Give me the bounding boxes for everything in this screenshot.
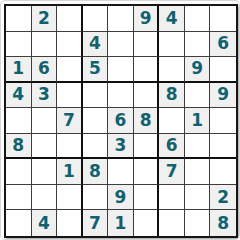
cell-r6c9[interactable] bbox=[210, 134, 236, 160]
cell-r9c6[interactable] bbox=[134, 210, 160, 236]
cell-r3c9[interactable] bbox=[210, 57, 236, 83]
cell-r8c3[interactable] bbox=[57, 185, 83, 211]
cell-r4c2[interactable]: 3 bbox=[32, 83, 58, 109]
cell-r8c1[interactable] bbox=[6, 185, 32, 211]
cell-r4c6[interactable] bbox=[134, 83, 160, 109]
cell-r1c7[interactable]: 4 bbox=[159, 6, 185, 32]
cell-r2c8[interactable] bbox=[185, 32, 211, 58]
cell-r9c5[interactable]: 1 bbox=[108, 210, 134, 236]
cell-r9c4[interactable]: 7 bbox=[83, 210, 109, 236]
cell-r4c5[interactable] bbox=[108, 83, 134, 109]
cell-r2c5[interactable] bbox=[108, 32, 134, 58]
cell-r8c6[interactable] bbox=[134, 185, 160, 211]
cell-r7c9[interactable] bbox=[210, 159, 236, 185]
cell-r9c3[interactable] bbox=[57, 210, 83, 236]
cell-r6c8[interactable] bbox=[185, 134, 211, 160]
cell-r3c6[interactable] bbox=[134, 57, 160, 83]
cell-r9c1[interactable] bbox=[6, 210, 32, 236]
cell-r3c4[interactable]: 5 bbox=[83, 57, 109, 83]
cell-r1c9[interactable] bbox=[210, 6, 236, 32]
cell-r6c4[interactable] bbox=[83, 134, 109, 160]
cell-r8c7[interactable] bbox=[159, 185, 185, 211]
cell-r7c4[interactable]: 8 bbox=[83, 159, 109, 185]
cell-r8c9[interactable]: 2 bbox=[210, 185, 236, 211]
cell-r5c8[interactable]: 1 bbox=[185, 108, 211, 134]
cell-r3c1[interactable]: 1 bbox=[6, 57, 32, 83]
cell-r1c6[interactable]: 9 bbox=[134, 6, 160, 32]
cell-r3c7[interactable] bbox=[159, 57, 185, 83]
cell-r9c7[interactable] bbox=[159, 210, 185, 236]
cell-r1c5[interactable] bbox=[108, 6, 134, 32]
cell-r5c5[interactable]: 6 bbox=[108, 108, 134, 134]
cell-r7c8[interactable] bbox=[185, 159, 211, 185]
cell-r6c2[interactable] bbox=[32, 134, 58, 160]
sudoku-board: 29446165943897681836187924718 bbox=[4, 4, 238, 238]
cell-r7c2[interactable] bbox=[32, 159, 58, 185]
cell-r8c2[interactable] bbox=[32, 185, 58, 211]
cell-r5c9[interactable] bbox=[210, 108, 236, 134]
cell-r9c8[interactable] bbox=[185, 210, 211, 236]
cell-r3c2[interactable]: 6 bbox=[32, 57, 58, 83]
cell-r3c8[interactable]: 9 bbox=[185, 57, 211, 83]
cell-r5c3[interactable]: 7 bbox=[57, 108, 83, 134]
cell-r5c7[interactable] bbox=[159, 108, 185, 134]
cell-r5c1[interactable] bbox=[6, 108, 32, 134]
cell-r4c4[interactable] bbox=[83, 83, 109, 109]
cell-r6c1[interactable]: 8 bbox=[6, 134, 32, 160]
cell-r4c3[interactable] bbox=[57, 83, 83, 109]
sudoku-widget: 29446165943897681836187924718 bbox=[0, 0, 240, 240]
cell-r1c4[interactable] bbox=[83, 6, 109, 32]
cell-r2c2[interactable] bbox=[32, 32, 58, 58]
cell-r2c7[interactable] bbox=[159, 32, 185, 58]
cell-r3c5[interactable] bbox=[108, 57, 134, 83]
cell-r4c8[interactable] bbox=[185, 83, 211, 109]
cell-r4c1[interactable]: 4 bbox=[6, 83, 32, 109]
cell-r6c6[interactable] bbox=[134, 134, 160, 160]
cell-r8c5[interactable]: 9 bbox=[108, 185, 134, 211]
cell-r2c1[interactable] bbox=[6, 32, 32, 58]
cell-r4c9[interactable]: 9 bbox=[210, 83, 236, 109]
cell-r5c2[interactable] bbox=[32, 108, 58, 134]
cell-r5c4[interactable] bbox=[83, 108, 109, 134]
cell-r1c8[interactable] bbox=[185, 6, 211, 32]
cell-r8c8[interactable] bbox=[185, 185, 211, 211]
cell-r6c7[interactable]: 6 bbox=[159, 134, 185, 160]
cell-r2c3[interactable] bbox=[57, 32, 83, 58]
cell-r2c4[interactable]: 4 bbox=[83, 32, 109, 58]
cell-r5c6[interactable]: 8 bbox=[134, 108, 160, 134]
cell-r7c1[interactable] bbox=[6, 159, 32, 185]
cell-r9c2[interactable]: 4 bbox=[32, 210, 58, 236]
cell-r6c5[interactable]: 3 bbox=[108, 134, 134, 160]
cell-r6c3[interactable] bbox=[57, 134, 83, 160]
cell-r7c5[interactable] bbox=[108, 159, 134, 185]
cell-r9c9[interactable]: 8 bbox=[210, 210, 236, 236]
cell-r1c3[interactable] bbox=[57, 6, 83, 32]
cell-r2c6[interactable] bbox=[134, 32, 160, 58]
cell-r7c7[interactable]: 7 bbox=[159, 159, 185, 185]
cell-r4c7[interactable]: 8 bbox=[159, 83, 185, 109]
cell-r7c3[interactable]: 1 bbox=[57, 159, 83, 185]
cell-r7c6[interactable] bbox=[134, 159, 160, 185]
cell-r1c1[interactable] bbox=[6, 6, 32, 32]
cell-r1c2[interactable]: 2 bbox=[32, 6, 58, 32]
cell-r3c3[interactable] bbox=[57, 57, 83, 83]
cell-r8c4[interactable] bbox=[83, 185, 109, 211]
cell-r2c9[interactable]: 6 bbox=[210, 32, 236, 58]
